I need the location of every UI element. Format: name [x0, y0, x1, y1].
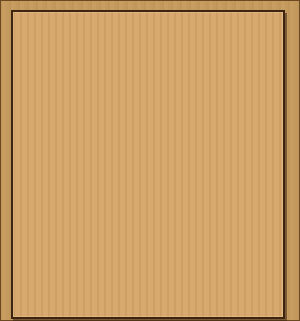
- shogi-app: [0, 0, 300, 321]
- board-grid: [13, 12, 283, 317]
- rank-labels: [284, 12, 299, 317]
- shogi-board: [11, 10, 285, 319]
